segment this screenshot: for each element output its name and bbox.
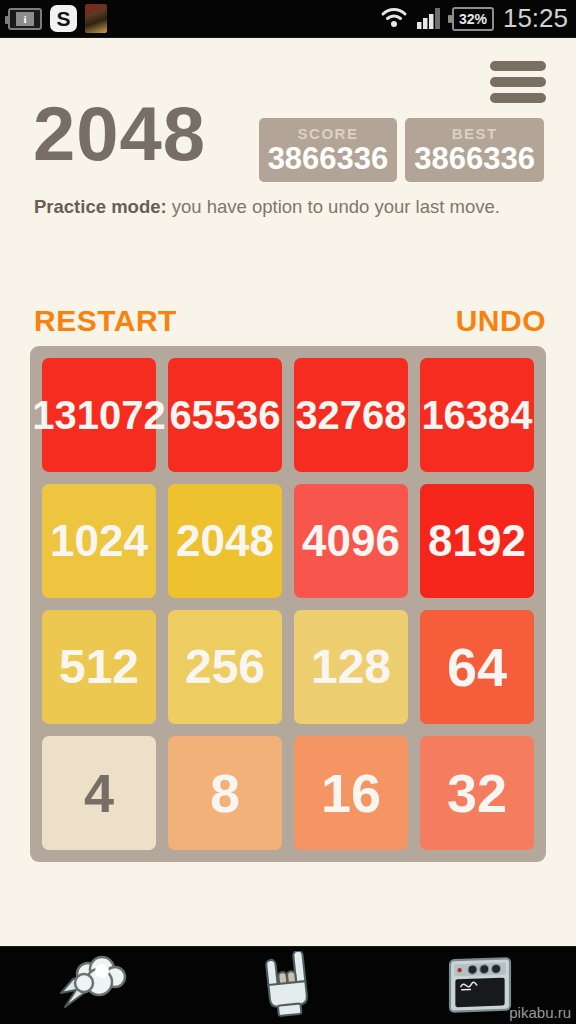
watermark: pikabu.ru	[509, 1004, 571, 1021]
score-badges: SCORE 3866336 BEST 3866336	[259, 118, 544, 182]
battery-info-notification-icon: i	[8, 8, 42, 30]
tile-1024: 1024	[42, 484, 156, 598]
navigation-bar: pikabu.ru	[0, 946, 576, 1024]
undo-button[interactable]: UNDO	[456, 304, 546, 338]
rock-hand-icon	[261, 951, 315, 1021]
best-badge: BEST 3866336	[405, 118, 544, 182]
app-notification-icon: S	[50, 5, 77, 32]
battery-level-icon: 32%	[452, 7, 494, 31]
tile-64: 64	[420, 610, 534, 724]
rock-hand-key[interactable]	[233, 951, 343, 1021]
hamburger-menu-icon[interactable]	[490, 61, 546, 103]
best-value: 3866336	[414, 143, 535, 176]
signal-bars-icon	[417, 5, 443, 33]
controls-row: RESTART UNDO	[34, 304, 546, 338]
tile-16: 16	[294, 736, 408, 850]
tile-4096: 4096	[294, 484, 408, 598]
tile-128: 128	[294, 610, 408, 724]
score-badge: SCORE 3866336	[259, 118, 398, 182]
practice-mode-note: Practice mode: you have option to undo y…	[34, 196, 500, 218]
restart-button[interactable]: RESTART	[34, 304, 177, 338]
score-value: 3866336	[268, 143, 389, 176]
amplifier-icon	[445, 954, 515, 1018]
game-screen: 2048 SCORE 3866336 BEST 3866336 Practice…	[0, 38, 576, 946]
tile-2048: 2048	[168, 484, 282, 598]
tile-4: 4	[42, 736, 156, 850]
status-bar: i S 32%	[0, 0, 576, 38]
tile-65536: 65536	[168, 358, 282, 472]
game-notification-thumbnail-icon	[85, 4, 107, 33]
clock: 15:25	[503, 3, 568, 34]
practice-mode-label: Practice mode:	[34, 196, 167, 217]
tile-8192: 8192	[420, 484, 534, 598]
tile-32768: 32768	[294, 358, 408, 472]
tile-256: 256	[168, 610, 282, 724]
board[interactable]: 1310726553632768163841024204840968192512…	[30, 346, 546, 862]
tile-16384: 16384	[420, 358, 534, 472]
tile-8: 8	[168, 736, 282, 850]
storm-cloud-icon	[57, 955, 135, 1017]
wifi-icon	[380, 5, 408, 33]
tile-32: 32	[420, 736, 534, 850]
page-title: 2048	[33, 96, 206, 172]
tile-512: 512	[42, 610, 156, 724]
phone-screen: i S 32%	[0, 0, 576, 1024]
storm-cloud-key[interactable]	[41, 951, 151, 1021]
tile-131072: 131072	[42, 358, 156, 472]
practice-mode-text: you have option to undo your last move.	[167, 196, 500, 217]
